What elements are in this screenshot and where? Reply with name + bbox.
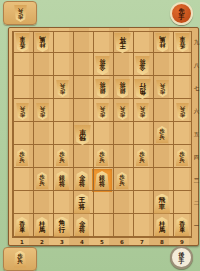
square-9-7[interactable] [172, 77, 192, 100]
square-7-3[interactable] [132, 169, 152, 192]
square-5-2[interactable] [92, 192, 112, 215]
square-1-3[interactable] [12, 169, 32, 192]
sente-captured-tray[interactable]: 歩兵 [3, 1, 37, 25]
square-6-2[interactable] [112, 192, 132, 215]
piece-gote-歩兵[interactable]: 歩兵 [14, 251, 27, 268]
square-2-7[interactable] [32, 77, 52, 100]
piece-sente-歩兵[interactable]: 歩兵 [14, 5, 27, 22]
square-4-9[interactable] [72, 31, 92, 54]
file-label-5: 5 [92, 238, 112, 247]
square-6-4[interactable] [112, 146, 132, 169]
gote-badge: 後手 [170, 246, 193, 269]
square-4-4[interactable] [72, 146, 92, 169]
rank-label-八: 八 [193, 54, 200, 77]
square-3-5[interactable] [52, 123, 72, 146]
gote-captured-tray[interactable]: 歩兵 [3, 247, 37, 271]
square-2-8[interactable] [32, 54, 52, 77]
sente-badge-label: 先手 [179, 8, 185, 20]
square-9-3[interactable] [172, 169, 192, 192]
square-3-6[interactable] [52, 100, 72, 123]
square-2-4[interactable] [32, 146, 52, 169]
rank-label-六: 六 [193, 100, 200, 123]
square-7-2[interactable] [132, 192, 152, 215]
rank-label-九: 九 [193, 31, 200, 54]
sente-badge: 先手 [170, 2, 193, 25]
rank-label-五: 五 [193, 123, 200, 146]
rank-label-三: 三 [193, 169, 200, 192]
board-grid: 香車桂馬王将桂馬香車金将金将歩兵銀将銀将角行歩兵歩兵歩兵歩兵歩兵歩兵歩兵飛車歩兵… [12, 31, 192, 238]
square-8-8[interactable] [152, 54, 172, 77]
rank-label-二: 二 [193, 192, 200, 215]
file-label-6: 6 [112, 238, 132, 247]
square-6-8[interactable] [112, 54, 132, 77]
square-8-4[interactable] [152, 146, 172, 169]
square-4-8[interactable] [72, 54, 92, 77]
square-4-6[interactable] [72, 100, 92, 123]
square-6-1[interactable] [112, 215, 132, 238]
square-1-2[interactable] [12, 192, 32, 215]
square-7-9[interactable] [132, 31, 152, 54]
square-9-2[interactable] [172, 192, 192, 215]
gote-badge-label: 後手 [179, 252, 185, 264]
square-5-9[interactable] [92, 31, 112, 54]
shogi-board: 香車桂馬王将桂馬香車金将金将歩兵銀将銀将角行歩兵歩兵歩兵歩兵歩兵歩兵歩兵飛車歩兵… [8, 27, 199, 246]
square-9-8[interactable] [172, 54, 192, 77]
square-1-5[interactable] [12, 123, 32, 146]
square-2-2[interactable] [32, 192, 52, 215]
square-2-5[interactable] [32, 123, 52, 146]
file-label-2: 2 [32, 238, 52, 247]
file-label-8: 8 [152, 238, 172, 247]
square-1-8[interactable] [12, 54, 32, 77]
square-9-5[interactable] [172, 123, 192, 146]
file-label-4: 4 [72, 238, 92, 247]
rank-label-四: 四 [193, 146, 200, 169]
square-7-1[interactable] [132, 215, 152, 238]
file-label-7: 7 [132, 238, 152, 247]
square-7-5[interactable] [132, 123, 152, 146]
file-label-1: 1 [12, 238, 32, 247]
shogi-app-screen: 歩兵 先手 香車桂馬王将桂馬香車金将金将歩兵銀将銀将角行歩兵歩兵歩兵歩兵歩兵歩兵… [0, 0, 200, 271]
file-label-3: 3 [52, 238, 72, 247]
rank-label-七: 七 [193, 77, 200, 100]
square-8-3[interactable] [152, 169, 172, 192]
square-5-1[interactable] [92, 215, 112, 238]
square-4-7[interactable] [72, 77, 92, 100]
square-1-7[interactable] [12, 77, 32, 100]
square-3-9[interactable] [52, 31, 72, 54]
square-6-5[interactable] [112, 123, 132, 146]
square-3-2[interactable] [52, 192, 72, 215]
square-5-5[interactable] [92, 123, 112, 146]
square-8-6[interactable] [152, 100, 172, 123]
square-3-8[interactable] [52, 54, 72, 77]
rank-label-一: 一 [193, 215, 200, 238]
